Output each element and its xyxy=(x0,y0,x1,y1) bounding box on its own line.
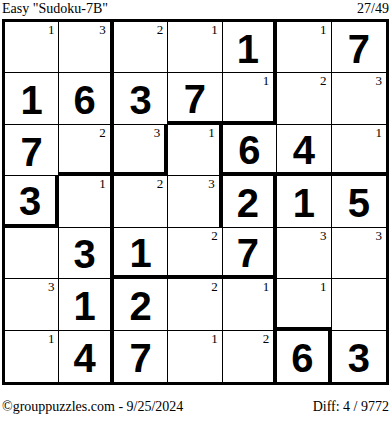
pencil-mark: 3 xyxy=(375,228,382,243)
cell-r4c4[interactable]: 3 xyxy=(168,176,222,227)
puzzle-page: Easy "Sudoku-7B" 27/49 13211171637123723… xyxy=(0,0,391,426)
cell-r6c3[interactable]: 2 xyxy=(114,279,168,330)
cell-r1c7[interactable]: 7 xyxy=(332,22,386,73)
cell-r7c7[interactable]: 3 xyxy=(332,331,386,382)
cell-value: 3 xyxy=(348,335,370,378)
cell-r2c2[interactable]: 6 xyxy=(59,73,113,124)
pencil-mark: 1 xyxy=(48,331,55,346)
cell-r2c6[interactable]: 2 xyxy=(277,73,331,124)
pencil-mark: 2 xyxy=(99,125,106,140)
pencil-mark: 2 xyxy=(320,73,327,88)
pencil-mark: 3 xyxy=(48,279,55,294)
cell-r1c6[interactable]: 1 xyxy=(277,22,331,73)
cell-r7c3[interactable]: 7 xyxy=(114,331,168,382)
pencil-mark: 3 xyxy=(320,228,327,243)
cell-r5c5[interactable]: 7 xyxy=(223,228,277,279)
cell-value: 1 xyxy=(237,26,259,69)
pencil-mark: 1 xyxy=(48,22,55,37)
pencil-mark: 3 xyxy=(154,125,161,140)
cell-r6c6[interactable]: 1 xyxy=(277,279,331,330)
cell-r3c2[interactable]: 2 xyxy=(59,125,113,176)
cell-r5c6[interactable]: 3 xyxy=(277,228,331,279)
pencil-mark: 3 xyxy=(375,73,382,88)
cell-r1c4[interactable]: 1 xyxy=(168,22,222,73)
pencil-mark: 1 xyxy=(320,22,327,37)
pencil-mark: 1 xyxy=(263,279,270,294)
cell-value: 7 xyxy=(237,230,259,273)
cell-r7c2[interactable]: 4 xyxy=(59,331,113,382)
cell-r3c4[interactable]: 1 xyxy=(168,125,222,176)
cell-value: 4 xyxy=(293,127,315,170)
cell-r2c1[interactable]: 1 xyxy=(5,73,59,124)
cell-r4c2[interactable]: 1 xyxy=(59,176,113,227)
pencil-mark: 2 xyxy=(157,22,164,37)
cell-r7c1[interactable]: 1 xyxy=(5,331,59,382)
pencil-mark: 2 xyxy=(211,228,218,243)
pencil-mark: 1 xyxy=(99,176,106,191)
cells-remaining-counter: 27/49 xyxy=(357,1,389,17)
cell-r1c2[interactable]: 3 xyxy=(59,22,113,73)
cell-value: 4 xyxy=(74,335,96,378)
pencil-mark: 2 xyxy=(263,331,270,346)
sudoku-board: 1321117163712372316413123215312733312211… xyxy=(2,19,389,385)
cell-value: 6 xyxy=(74,77,96,120)
cell-r6c1[interactable]: 3 xyxy=(5,279,59,330)
cell-r2c7[interactable]: 3 xyxy=(332,73,386,124)
pencil-mark: 3 xyxy=(208,176,215,191)
cell-r7c5[interactable]: 2 xyxy=(223,331,277,382)
cell-r6c2[interactable]: 1 xyxy=(59,279,113,330)
cell-r5c4[interactable]: 2 xyxy=(168,228,222,279)
cell-r6c5[interactable]: 1 xyxy=(223,279,277,330)
cell-r6c4[interactable]: 2 xyxy=(168,279,222,330)
puzzle-title: Easy "Sudoku-7B" xyxy=(2,1,108,17)
cell-r3c5[interactable]: 6 xyxy=(223,125,277,176)
cell-value: 7 xyxy=(184,76,206,119)
cell-r5c2[interactable]: 3 xyxy=(59,228,113,279)
pencil-mark: 3 xyxy=(99,22,106,37)
copyright-date: ©grouppuzzles.com - 9/25/2024 xyxy=(2,399,183,415)
cell-value: 3 xyxy=(74,231,96,274)
cell-value: 1 xyxy=(74,283,96,326)
cell-value: 2 xyxy=(129,283,151,326)
pencil-mark: 1 xyxy=(208,125,215,140)
cell-r5c1[interactable] xyxy=(5,228,59,279)
cell-value: 5 xyxy=(348,180,370,223)
cell-r2c5[interactable]: 1 xyxy=(223,73,277,124)
cell-value: 6 xyxy=(291,335,313,378)
cell-value: 3 xyxy=(129,77,151,120)
cell-r4c3[interactable]: 2 xyxy=(114,176,168,227)
cell-value: 7 xyxy=(21,129,43,172)
pencil-mark: 1 xyxy=(211,22,218,37)
cell-r6c7[interactable] xyxy=(332,279,386,330)
pencil-mark: 1 xyxy=(263,73,270,88)
cell-r7c4[interactable]: 1 xyxy=(168,331,222,382)
cell-value: 3 xyxy=(19,178,41,221)
pencil-mark: 2 xyxy=(157,176,164,191)
cell-r4c6[interactable]: 1 xyxy=(277,176,331,227)
cell-r3c3[interactable]: 3 xyxy=(114,125,168,176)
cell-value: 1 xyxy=(21,77,43,120)
cell-value: 2 xyxy=(237,180,259,223)
pencil-mark: 1 xyxy=(320,279,327,294)
cell-r5c3[interactable]: 1 xyxy=(114,228,168,279)
cell-value: 1 xyxy=(293,180,315,223)
cell-value: 6 xyxy=(238,127,260,170)
cell-r4c1[interactable]: 3 xyxy=(5,176,59,227)
cell-r4c7[interactable]: 5 xyxy=(332,176,386,227)
cell-r3c1[interactable]: 7 xyxy=(5,125,59,176)
cell-r2c4[interactable]: 7 xyxy=(168,73,222,124)
cell-r1c5[interactable]: 1 xyxy=(223,22,277,73)
cell-r7c6[interactable]: 6 xyxy=(277,331,331,382)
cell-r3c7[interactable]: 1 xyxy=(332,125,386,176)
difficulty-label: Diff: 4 / 9772 xyxy=(313,399,389,415)
cell-value: 7 xyxy=(348,26,370,69)
pencil-mark: 1 xyxy=(211,331,218,346)
cell-r4c5[interactable]: 2 xyxy=(223,176,277,227)
pencil-mark: 1 xyxy=(375,125,382,140)
cell-r5c7[interactable]: 3 xyxy=(332,228,386,279)
cell-value: 1 xyxy=(129,230,151,273)
cell-r1c1[interactable]: 1 xyxy=(5,22,59,73)
cell-r1c3[interactable]: 2 xyxy=(114,22,168,73)
cell-value: 7 xyxy=(129,335,151,378)
pencil-mark: 2 xyxy=(211,279,218,294)
cell-r2c3[interactable]: 3 xyxy=(114,73,168,124)
cell-r3c6[interactable]: 4 xyxy=(277,125,331,176)
